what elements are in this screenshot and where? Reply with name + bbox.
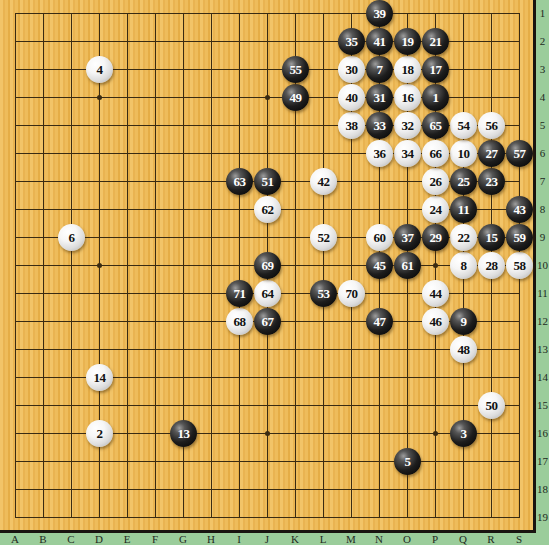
stone-move-46-P12: 46 <box>422 308 449 335</box>
row-label-17: 17 <box>537 455 548 467</box>
stone-move-35-M2: 35 <box>338 28 365 55</box>
row-label-13: 13 <box>537 343 548 355</box>
column-label-D: D <box>95 533 103 545</box>
grid-line-vertical <box>323 13 324 518</box>
stone-move-14-D14: 14 <box>86 364 113 391</box>
row-label-1: 1 <box>540 7 546 19</box>
star-point-J16 <box>265 431 270 436</box>
stone-move-48-Q13: 48 <box>450 336 477 363</box>
stone-move-43-S8: 43 <box>506 196 533 223</box>
grid-line-horizontal <box>15 489 520 490</box>
column-label-R: R <box>487 533 494 545</box>
stone-move-45-N10: 45 <box>366 252 393 279</box>
star-point-J4 <box>265 95 270 100</box>
column-label-S: S <box>516 533 522 545</box>
stone-move-10-Q6: 10 <box>450 140 477 167</box>
column-label-G: G <box>179 533 187 545</box>
row-label-11: 11 <box>537 287 548 299</box>
stone-move-70-M11: 70 <box>338 280 365 307</box>
stone-move-37-O9: 37 <box>394 224 421 251</box>
column-labels-strip: ABCDEFGHIJKLMNOPQRS <box>0 533 549 545</box>
star-point-P10 <box>433 263 438 268</box>
row-label-10: 10 <box>537 259 548 271</box>
stone-move-67-J12: 67 <box>254 308 281 335</box>
star-point-D4 <box>97 95 102 100</box>
stone-move-64-J11: 64 <box>254 280 281 307</box>
column-label-E: E <box>124 533 131 545</box>
stone-move-6-C9: 6 <box>58 224 85 251</box>
stone-move-65-P5: 65 <box>422 112 449 139</box>
stone-move-5-O17: 5 <box>394 448 421 475</box>
column-label-K: K <box>291 533 299 545</box>
stone-move-39-N1: 39 <box>366 0 393 27</box>
stone-move-55-K3: 55 <box>282 56 309 83</box>
stone-move-22-Q9: 22 <box>450 224 477 251</box>
stone-move-51-J7: 51 <box>254 168 281 195</box>
stone-move-47-N12: 47 <box>366 308 393 335</box>
stone-move-31-N4: 31 <box>366 84 393 111</box>
row-label-4: 4 <box>540 91 546 103</box>
row-label-2: 2 <box>540 35 546 47</box>
stone-move-63-I7: 63 <box>226 168 253 195</box>
grid-line-horizontal <box>15 349 520 350</box>
column-label-I: I <box>237 533 241 545</box>
column-label-L: L <box>320 533 327 545</box>
row-label-9: 9 <box>540 231 546 243</box>
stone-move-1-P4: 1 <box>422 84 449 111</box>
column-label-Q: Q <box>459 533 467 545</box>
stone-move-30-M3: 30 <box>338 56 365 83</box>
column-label-P: P <box>432 533 438 545</box>
grid-line-horizontal <box>15 517 520 518</box>
stone-move-69-J10: 69 <box>254 252 281 279</box>
stone-move-32-O5: 32 <box>394 112 421 139</box>
stone-move-59-S9: 59 <box>506 224 533 251</box>
stone-move-25-Q7: 25 <box>450 168 477 195</box>
stone-move-3-Q16: 3 <box>450 420 477 447</box>
row-label-18: 18 <box>537 483 548 495</box>
row-labels-strip: 12345678910111213141516171819 <box>536 0 549 545</box>
stone-move-60-N9: 60 <box>366 224 393 251</box>
stone-move-29-P9: 29 <box>422 224 449 251</box>
row-label-3: 3 <box>540 63 546 75</box>
grid-line-horizontal <box>15 405 520 406</box>
stone-move-34-O6: 34 <box>394 140 421 167</box>
stone-move-62-J8: 62 <box>254 196 281 223</box>
column-label-O: O <box>403 533 411 545</box>
row-label-5: 5 <box>540 119 546 131</box>
row-label-7: 7 <box>540 175 546 187</box>
row-label-19: 19 <box>537 511 548 523</box>
stone-move-57-S6: 57 <box>506 140 533 167</box>
column-label-M: M <box>346 533 356 545</box>
column-label-J: J <box>265 533 269 545</box>
stone-move-9-Q12: 9 <box>450 308 477 335</box>
stone-move-61-O10: 61 <box>394 252 421 279</box>
column-label-B: B <box>39 533 46 545</box>
star-point-D10 <box>97 263 102 268</box>
stone-move-13-G16: 13 <box>170 420 197 447</box>
stone-move-16-O4: 16 <box>394 84 421 111</box>
stone-move-50-R15: 50 <box>478 392 505 419</box>
stone-move-52-L9: 52 <box>310 224 337 251</box>
stone-move-40-M4: 40 <box>338 84 365 111</box>
grid-line-horizontal <box>15 461 520 462</box>
column-label-F: F <box>152 533 158 545</box>
stone-move-38-M5: 38 <box>338 112 365 139</box>
stone-move-8-Q10: 8 <box>450 252 477 279</box>
row-label-16: 16 <box>537 427 548 439</box>
stone-move-33-N5: 33 <box>366 112 393 139</box>
stone-move-7-N3: 7 <box>366 56 393 83</box>
stone-move-53-L11: 53 <box>310 280 337 307</box>
column-label-C: C <box>67 533 74 545</box>
stone-move-4-D3: 4 <box>86 56 113 83</box>
stone-move-36-N6: 36 <box>366 140 393 167</box>
stone-move-58-S10: 58 <box>506 252 533 279</box>
stone-move-26-P7: 26 <box>422 168 449 195</box>
row-label-14: 14 <box>537 371 548 383</box>
stone-move-2-D16: 2 <box>86 420 113 447</box>
stone-move-56-R5: 56 <box>478 112 505 139</box>
go-board[interactable]: 1234567891011131415161718192122232425262… <box>0 0 536 533</box>
stone-move-66-P6: 66 <box>422 140 449 167</box>
stone-move-68-I12: 68 <box>226 308 253 335</box>
row-label-15: 15 <box>537 399 548 411</box>
stone-move-28-R10: 28 <box>478 252 505 279</box>
stone-move-44-P11: 44 <box>422 280 449 307</box>
go-diagram: 1234567891011131415161718192122232425262… <box>0 0 549 545</box>
column-label-N: N <box>375 533 383 545</box>
stone-move-24-P8: 24 <box>422 196 449 223</box>
stone-move-27-R6: 27 <box>478 140 505 167</box>
stone-move-23-R7: 23 <box>478 168 505 195</box>
row-label-6: 6 <box>540 147 546 159</box>
stone-move-41-N2: 41 <box>366 28 393 55</box>
stone-move-18-O3: 18 <box>394 56 421 83</box>
stone-move-17-P3: 17 <box>422 56 449 83</box>
stone-move-19-O2: 19 <box>394 28 421 55</box>
stone-move-15-R9: 15 <box>478 224 505 251</box>
stone-move-49-K4: 49 <box>282 84 309 111</box>
row-label-12: 12 <box>537 315 548 327</box>
column-label-A: A <box>11 533 19 545</box>
stone-move-11-Q8: 11 <box>450 196 477 223</box>
stone-move-21-P2: 21 <box>422 28 449 55</box>
column-label-H: H <box>207 533 215 545</box>
stone-move-42-L7: 42 <box>310 168 337 195</box>
stone-move-54-Q5: 54 <box>450 112 477 139</box>
star-point-P16 <box>433 431 438 436</box>
stone-move-71-I11: 71 <box>226 280 253 307</box>
row-label-8: 8 <box>540 203 546 215</box>
